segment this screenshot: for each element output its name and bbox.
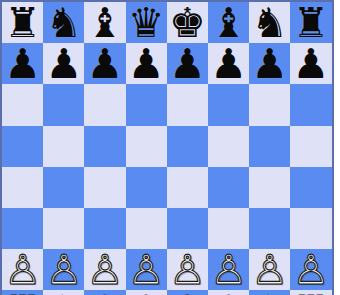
piece-white-pawn[interactable]: ♙ bbox=[45, 250, 82, 291]
square-b2[interactable]: ♙ bbox=[43, 249, 84, 290]
square-e7[interactable]: ♟ bbox=[167, 43, 208, 84]
square-a2[interactable]: ♙ bbox=[2, 249, 43, 290]
piece-black-pawn[interactable]: ♟ bbox=[210, 44, 247, 85]
piece-white-knight[interactable]: ♘ bbox=[251, 291, 288, 295]
square-a1[interactable]: ♖ bbox=[2, 290, 43, 295]
square-f6[interactable] bbox=[208, 84, 249, 125]
square-g7[interactable]: ♟ bbox=[249, 43, 290, 84]
square-d6[interactable] bbox=[126, 84, 167, 125]
piece-black-bishop[interactable]: ♝ bbox=[210, 3, 247, 44]
piece-black-rook[interactable]: ♜ bbox=[4, 3, 41, 44]
square-f1[interactable]: ♗ bbox=[208, 290, 249, 295]
square-h2[interactable]: ♙ bbox=[290, 249, 331, 290]
square-f3[interactable] bbox=[208, 208, 249, 249]
piece-black-pawn[interactable]: ♟ bbox=[169, 44, 206, 85]
square-h7[interactable]: ♟ bbox=[290, 43, 331, 84]
square-g2[interactable]: ♙ bbox=[249, 249, 290, 290]
square-c6[interactable] bbox=[84, 84, 125, 125]
square-b1[interactable]: ♘ bbox=[43, 290, 84, 295]
chess-board: ♜♞♝♛♚♝♞♜♟♟♟♟♟♟♟♟♙♙♙♙♙♙♙♙♖♘♗♕♔♗♘♖ bbox=[0, 0, 334, 295]
piece-black-pawn[interactable]: ♟ bbox=[87, 44, 124, 85]
piece-white-pawn[interactable]: ♙ bbox=[210, 250, 247, 291]
square-h6[interactable] bbox=[290, 84, 331, 125]
piece-white-pawn[interactable]: ♙ bbox=[87, 250, 124, 291]
piece-white-pawn[interactable]: ♙ bbox=[4, 250, 41, 291]
piece-black-pawn[interactable]: ♟ bbox=[293, 44, 330, 85]
square-b3[interactable] bbox=[43, 208, 84, 249]
square-d3[interactable] bbox=[126, 208, 167, 249]
square-f4[interactable] bbox=[208, 167, 249, 208]
square-a4[interactable] bbox=[2, 167, 43, 208]
chess-app-viewport: ♜♞♝♛♚♝♞♜♟♟♟♟♟♟♟♟♙♙♙♙♙♙♙♙♖♘♗♕♔♗♘♖ bbox=[0, 0, 340, 295]
square-c2[interactable]: ♙ bbox=[84, 249, 125, 290]
square-h5[interactable] bbox=[290, 126, 331, 167]
square-g1[interactable]: ♘ bbox=[249, 290, 290, 295]
square-d7[interactable]: ♟ bbox=[126, 43, 167, 84]
square-g6[interactable] bbox=[249, 84, 290, 125]
square-h4[interactable] bbox=[290, 167, 331, 208]
square-d5[interactable] bbox=[126, 126, 167, 167]
piece-white-pawn[interactable]: ♙ bbox=[128, 250, 165, 291]
piece-white-knight[interactable]: ♘ bbox=[45, 291, 82, 295]
square-a6[interactable] bbox=[2, 84, 43, 125]
square-e6[interactable] bbox=[167, 84, 208, 125]
piece-black-king[interactable]: ♚ bbox=[169, 3, 206, 44]
piece-black-pawn[interactable]: ♟ bbox=[4, 44, 41, 85]
piece-black-queen[interactable]: ♛ bbox=[128, 3, 165, 44]
square-e2[interactable]: ♙ bbox=[167, 249, 208, 290]
piece-white-bishop[interactable]: ♗ bbox=[87, 291, 124, 295]
square-b5[interactable] bbox=[43, 126, 84, 167]
square-b4[interactable] bbox=[43, 167, 84, 208]
square-a7[interactable]: ♟ bbox=[2, 43, 43, 84]
piece-black-knight[interactable]: ♞ bbox=[45, 3, 82, 44]
piece-black-pawn[interactable]: ♟ bbox=[251, 44, 288, 85]
piece-black-pawn[interactable]: ♟ bbox=[45, 44, 82, 85]
square-b6[interactable] bbox=[43, 84, 84, 125]
square-h8[interactable]: ♜ bbox=[290, 2, 331, 43]
piece-white-rook[interactable]: ♖ bbox=[4, 291, 41, 295]
piece-white-pawn[interactable]: ♙ bbox=[251, 250, 288, 291]
square-g4[interactable] bbox=[249, 167, 290, 208]
piece-black-knight[interactable]: ♞ bbox=[251, 3, 288, 44]
square-e8[interactable]: ♚ bbox=[167, 2, 208, 43]
square-f7[interactable]: ♟ bbox=[208, 43, 249, 84]
piece-black-bishop[interactable]: ♝ bbox=[87, 3, 124, 44]
square-g3[interactable] bbox=[249, 208, 290, 249]
piece-white-queen[interactable]: ♕ bbox=[128, 291, 165, 295]
square-h3[interactable] bbox=[290, 208, 331, 249]
square-e1[interactable]: ♔ bbox=[167, 290, 208, 295]
square-c8[interactable]: ♝ bbox=[84, 2, 125, 43]
square-b8[interactable]: ♞ bbox=[43, 2, 84, 43]
square-b7[interactable]: ♟ bbox=[43, 43, 84, 84]
square-g8[interactable]: ♞ bbox=[249, 2, 290, 43]
square-c5[interactable] bbox=[84, 126, 125, 167]
square-d1[interactable]: ♕ bbox=[126, 290, 167, 295]
square-a3[interactable] bbox=[2, 208, 43, 249]
square-c1[interactable]: ♗ bbox=[84, 290, 125, 295]
square-e3[interactable] bbox=[167, 208, 208, 249]
piece-white-king[interactable]: ♔ bbox=[169, 291, 206, 295]
piece-black-rook[interactable]: ♜ bbox=[293, 3, 330, 44]
square-d8[interactable]: ♛ bbox=[126, 2, 167, 43]
square-c7[interactable]: ♟ bbox=[84, 43, 125, 84]
square-d2[interactable]: ♙ bbox=[126, 249, 167, 290]
square-f2[interactable]: ♙ bbox=[208, 249, 249, 290]
square-e4[interactable] bbox=[167, 167, 208, 208]
piece-white-pawn[interactable]: ♙ bbox=[169, 250, 206, 291]
square-c3[interactable] bbox=[84, 208, 125, 249]
square-d4[interactable] bbox=[126, 167, 167, 208]
square-c4[interactable] bbox=[84, 167, 125, 208]
piece-white-bishop[interactable]: ♗ bbox=[210, 291, 247, 295]
square-g5[interactable] bbox=[249, 126, 290, 167]
square-a8[interactable]: ♜ bbox=[2, 2, 43, 43]
square-f8[interactable]: ♝ bbox=[208, 2, 249, 43]
square-h1[interactable]: ♖ bbox=[290, 290, 331, 295]
piece-black-pawn[interactable]: ♟ bbox=[128, 44, 165, 85]
square-f5[interactable] bbox=[208, 126, 249, 167]
square-a5[interactable] bbox=[2, 126, 43, 167]
piece-white-pawn[interactable]: ♙ bbox=[293, 250, 330, 291]
piece-white-rook[interactable]: ♖ bbox=[293, 291, 330, 295]
square-e5[interactable] bbox=[167, 126, 208, 167]
